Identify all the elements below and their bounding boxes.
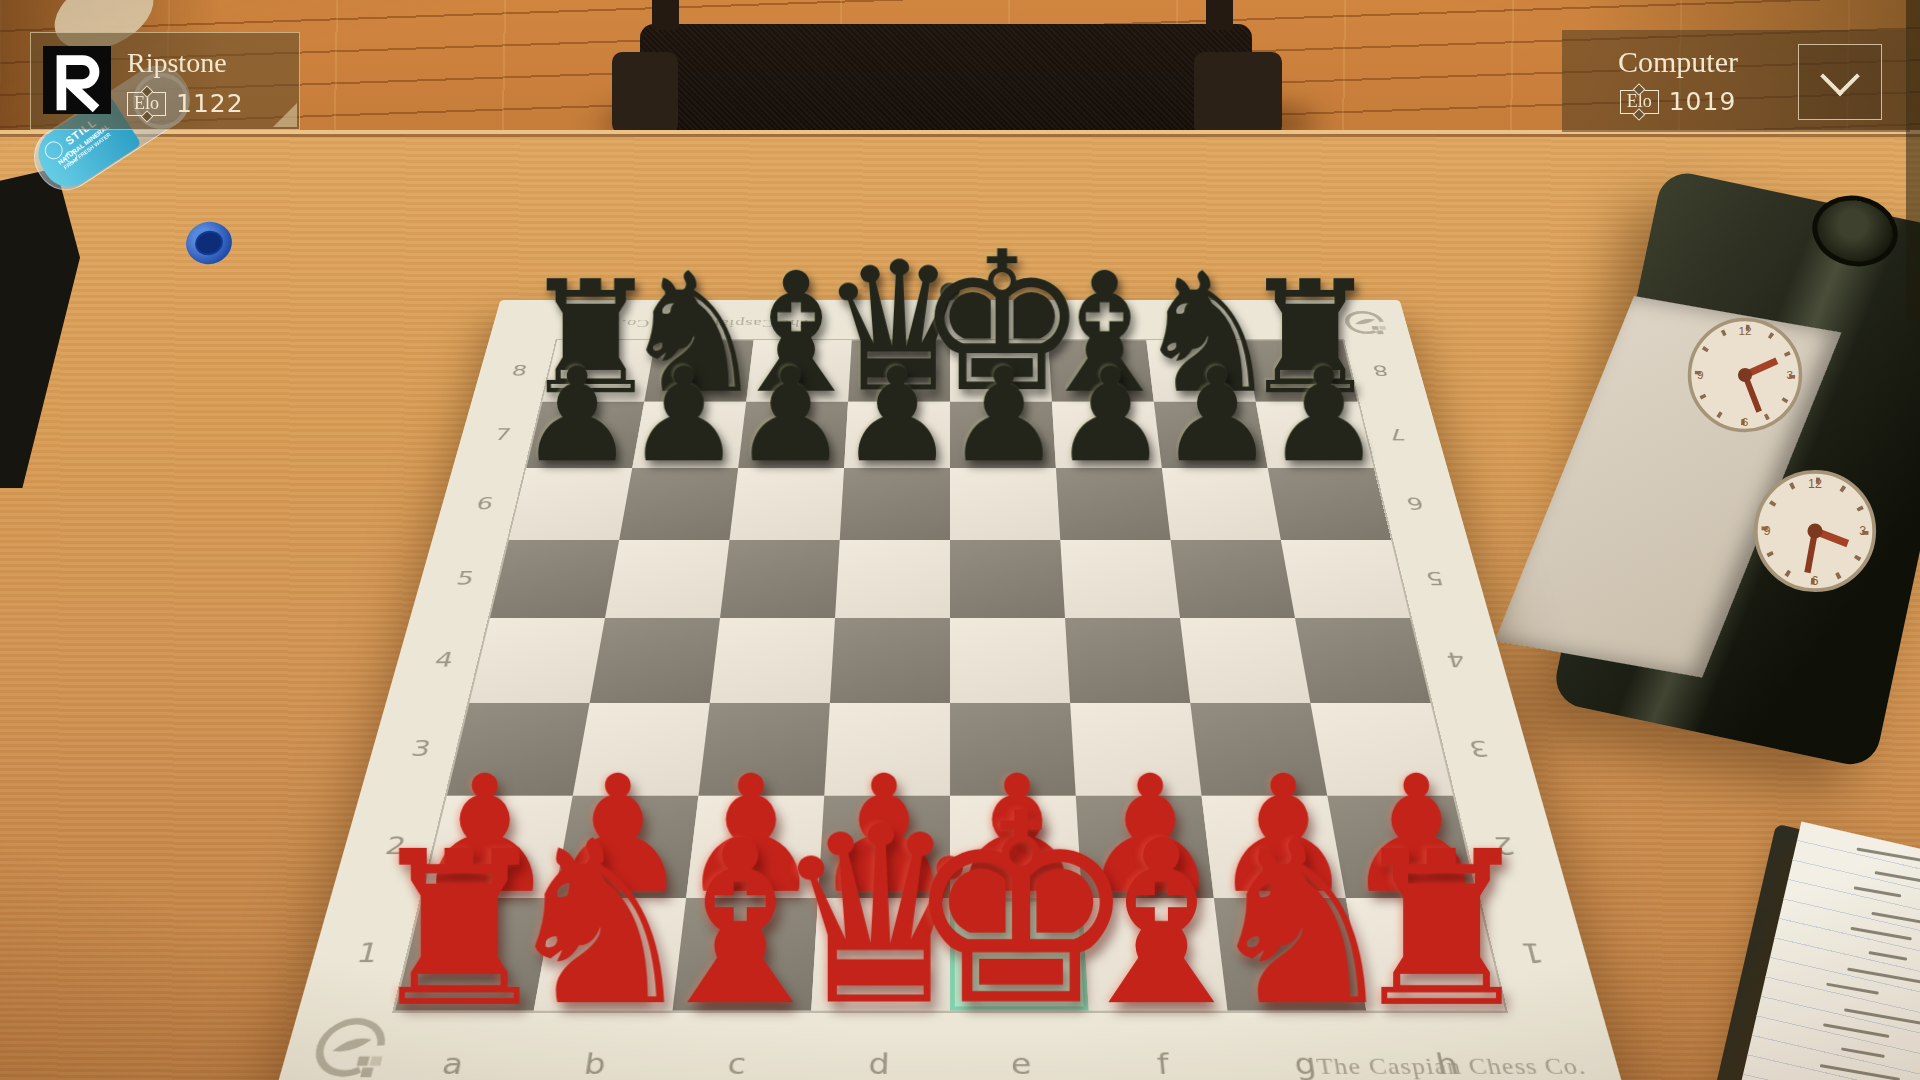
svg-text:12: 12 (1808, 477, 1822, 491)
piece-black-pawn[interactable]: ♟ (1265, 350, 1381, 480)
board-mat: ♜♞♝♛♚♝♞♜♟♟♟♟♟♟♟♟♟♟♟♟♟♟♟♟♜♞♝♛♚♝♞♜ The Cas… (274, 300, 1626, 1080)
board-grid[interactable]: ♜♞♝♛♚♝♞♜♟♟♟♟♟♟♟♟♟♟♟♟♟♟♟♟♜♞♝♛♚♝♞♜ (395, 340, 1505, 1010)
svg-text:3: 3 (1787, 368, 1794, 381)
piece-red-king[interactable]: ♚ (902, 779, 1138, 1042)
file-label-f: f (1091, 1047, 1236, 1080)
square-a4[interactable] (469, 618, 605, 703)
elo-value: 1019 (1669, 87, 1737, 116)
clock-dial: 12 3 6 9 (1686, 316, 1804, 434)
chess-board-3d: ♜♞♝♛♚♝♞♜♟♟♟♟♟♟♟♟♟♟♟♟♟♟♟♟♜♞♝♛♚♝♞♜ The Cas… (274, 300, 1626, 1080)
square-b5[interactable] (605, 540, 729, 618)
ripstone-logo-icon (43, 46, 111, 114)
chair-back (640, 24, 1252, 140)
elo-badge: Elo (127, 92, 166, 116)
rank-label-4-right: 4 (1424, 618, 1489, 703)
svg-text:9: 9 (1764, 524, 1771, 538)
square-h7[interactable]: ♟ (1256, 402, 1374, 468)
square-f5[interactable] (1060, 540, 1180, 618)
clock-dial: 12 3 6 9 (1752, 468, 1878, 594)
chair-armrest (1194, 52, 1282, 136)
player-card-right: Computer Elo 1019 (1562, 30, 1910, 132)
square-c7[interactable]: ♟ (738, 402, 848, 468)
piece-black-pawn[interactable]: ♟ (519, 350, 635, 480)
chess-clock: 12 3 6 9 12 3 6 9 (1630, 168, 1920, 768)
piece-black-pawn[interactable]: ♟ (732, 350, 848, 480)
square-b4[interactable] (590, 618, 720, 703)
svg-text:9: 9 (1697, 368, 1704, 381)
svg-text:6: 6 (1811, 574, 1818, 588)
svg-text:3: 3 (1859, 524, 1866, 538)
rank-label-5-right: 5 (1405, 540, 1466, 618)
file-label-g: g (1232, 1047, 1379, 1080)
elo-value: 1122 (176, 89, 244, 118)
square-g7[interactable]: ♟ (1154, 402, 1268, 468)
file-label-h: h (1373, 1047, 1522, 1080)
piece-black-pawn[interactable]: ♟ (1158, 350, 1274, 480)
piece-black-pawn[interactable]: ♟ (625, 350, 741, 480)
rank-label-5-left: 5 (434, 540, 495, 618)
file-label-d: d (807, 1047, 950, 1080)
elo-badge: Elo (1620, 90, 1659, 114)
square-e4[interactable] (950, 618, 1070, 703)
piece-black-pawn[interactable]: ♟ (838, 350, 954, 480)
player-name: Ripstone (127, 47, 227, 79)
chair-armrest (612, 52, 678, 134)
player-card-left: Ripstone Elo 1122 (30, 32, 300, 130)
file-label-b: b (521, 1047, 668, 1080)
square-b7[interactable]: ♟ (632, 402, 746, 468)
piece-black-pawn[interactable]: ♟ (945, 350, 1061, 480)
opponent-dropdown-button[interactable] (1798, 44, 1882, 120)
square-h4[interactable] (1295, 618, 1431, 703)
square-d4[interactable] (830, 618, 950, 703)
square-g4[interactable] (1180, 618, 1310, 703)
chevron-down-icon (1820, 57, 1860, 97)
svg-text:12: 12 (1738, 324, 1751, 337)
square-f7[interactable]: ♟ (1052, 402, 1162, 468)
square-g1[interactable]: ♞ (1214, 898, 1366, 1011)
square-g5[interactable] (1171, 540, 1295, 618)
svg-text:6: 6 (1742, 415, 1749, 428)
rank-label-6-left: 6 (455, 468, 513, 540)
square-f4[interactable] (1065, 618, 1190, 703)
chair-post (652, 0, 679, 30)
file-label-e: e (950, 1047, 1093, 1080)
piece-black-pawn[interactable]: ♟ (1052, 350, 1168, 480)
player-name: Computer (1562, 45, 1794, 79)
piece-red-knight[interactable]: ♞ (1200, 812, 1402, 1038)
chair-post (1206, 0, 1233, 30)
rank-label-4-left: 4 (411, 618, 476, 703)
square-e5[interactable] (950, 540, 1065, 618)
square-d7[interactable]: ♟ (844, 402, 950, 468)
square-e1[interactable]: ♚ (950, 898, 1089, 1011)
file-label-c: c (664, 1047, 809, 1080)
square-h5[interactable] (1281, 540, 1410, 618)
file-label-a: a (378, 1047, 527, 1080)
square-d5[interactable] (835, 540, 950, 618)
square-e7[interactable]: ♟ (950, 402, 1056, 468)
square-c4[interactable] (710, 618, 835, 703)
rank-label-6-right: 6 (1387, 468, 1445, 540)
square-c5[interactable] (720, 540, 840, 618)
square-a5[interactable] (490, 540, 619, 618)
